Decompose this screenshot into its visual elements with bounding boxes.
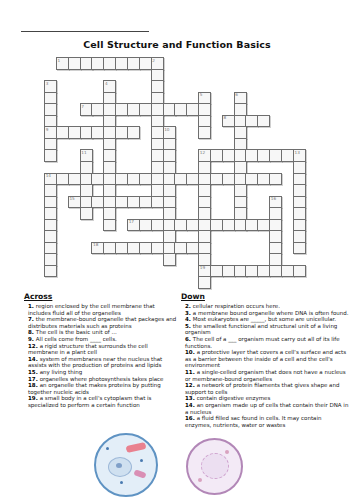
cell-number-8: 8 [223,115,226,120]
down-clue-4: 4. Most eukaryotes are _____, but some a… [185,316,349,323]
grid-cell-r8c0[interactable] [44,149,57,162]
down-clue-11: 11. a single-celled organism that does n… [185,369,349,382]
cell-number-9: 9 [46,127,49,132]
across-clue-12: 12. a rigid structure that surrounds the… [28,343,177,356]
worksheet-page: { "game": "crossword", "title": "Cell St… [0,0,354,500]
grid-cell-r5c18[interactable] [257,115,270,128]
endoplasmic-reticulum-blob [125,442,146,453]
across-clue-1: 1. region enclosed by the cell membrane … [28,303,177,316]
across-clue-18: 18. an organelle that makes proteins by … [28,382,177,395]
organelle-dot [198,478,202,482]
down-clue-16: 16. a fluid filled sac found in cells. I… [185,415,349,428]
down-clue-14: 14. an organism made up of cells that co… [185,402,349,415]
down-clue-10: 10. a protective layer that covers a cel… [185,349,349,369]
cell-number-6: 6 [235,92,238,97]
page-title: Cell Structure and Function Basics [0,39,354,50]
across-clue-14: 14. system of membranes near the nucleus… [28,356,177,369]
cell-number-17: 17 [129,219,134,224]
mitochondrion-blob [133,469,146,479]
grid-cell-r14c5[interactable] [103,219,116,232]
cell-number-5: 5 [200,92,203,97]
down-clue-5: 5. the smallest functional and structura… [185,323,349,336]
across-clues: Across 1. region enclosed by the cell me… [24,292,177,409]
cell-number-16: 16 [271,196,276,201]
across-header: Across [24,292,177,301]
cell-number-3: 3 [46,81,49,86]
down-header: Down [181,292,349,301]
cell-number-18: 18 [93,242,98,247]
down-clue-6: 6. The cell of a ___ organism must carry… [185,336,349,349]
cell-number-12: 12 [200,150,205,155]
crossword-grid: 12345678910111213141516171819 [44,57,324,291]
cell-number-13: 13 [295,150,300,155]
nucleus-blob [201,453,229,479]
across-clue-15: 15. any living thing [28,369,177,376]
plant-cell-illustration [186,438,243,495]
down-clue-12: 12. a network of protein filaments that … [185,382,349,395]
cell-number-4: 4 [105,81,108,86]
cell-number-2: 2 [152,58,155,63]
down-clue-list: 2. cellular respiration occurs here.3. a… [181,303,349,428]
down-clue-3: 3. a membrane bound organelle where DNA … [185,310,349,317]
grid-cell-r17c10[interactable] [163,253,176,266]
grid-cell-r18c0[interactable] [44,265,57,278]
down-clue-2: 2. cellular respiration occurs here. [185,303,349,310]
grid-cell-r13c3[interactable] [80,207,93,220]
across-clue-19: 19. a small body in a cell's cytoplasm t… [28,395,177,408]
grid-cell-r6c7[interactable] [127,126,140,139]
grid-cell-r18c21[interactable] [293,265,306,278]
grid-cell-r19c13[interactable] [198,276,211,289]
down-clues: Down 2. cellular respiration occurs here… [181,292,349,428]
ribosome-dot [120,481,123,484]
cell-number-11: 11 [81,150,86,155]
cell-number-15: 15 [69,196,74,201]
animal-cell-illustration [94,433,158,497]
cell-number-14: 14 [46,173,51,178]
organelle-dot [225,450,229,454]
across-clue-8: 8. The cell is the basic unit of ... [28,329,177,336]
across-clue-7: 7. the membrane-bound organelle that pac… [28,316,177,329]
cell-number-1: 1 [58,58,61,63]
down-clue-13: 13. contain digestive enzymes [185,395,349,402]
across-clue-list: 1. region enclosed by the cell membrane … [24,303,177,409]
grid-cell-r16c21[interactable] [293,242,306,255]
cell-number-10: 10 [164,127,169,132]
name-line [21,31,149,32]
nucleolus-dot [116,463,122,468]
ribosome-dot [106,447,109,450]
cell-number-19: 19 [200,265,205,270]
grid-cell-r6c13[interactable] [198,126,211,139]
grid-cell-r10c19[interactable] [269,173,282,186]
cell-number-7: 7 [81,104,84,109]
ribosome-dot [140,459,143,462]
across-clue-17: 17. organelles where photosynthesis take… [28,376,177,383]
across-clue-9: 9. All cells come from ____ cells. [28,336,177,343]
